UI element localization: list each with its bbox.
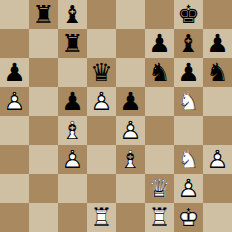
square-d1[interactable]: ♜♖ bbox=[87, 203, 116, 232]
square-h8[interactable] bbox=[203, 0, 232, 29]
black-knight-icon: ♞ bbox=[145, 58, 174, 87]
square-g2[interactable]: ♟♙ bbox=[174, 174, 203, 203]
white-pawn-icon: ♟♙ bbox=[58, 145, 87, 174]
square-a7[interactable] bbox=[0, 29, 29, 58]
square-c3[interactable]: ♟♙ bbox=[58, 145, 87, 174]
square-c5[interactable]: ♟ bbox=[58, 87, 87, 116]
square-e2[interactable] bbox=[116, 174, 145, 203]
square-b2[interactable] bbox=[29, 174, 58, 203]
square-g1[interactable]: ♚♔ bbox=[174, 203, 203, 232]
square-a3[interactable] bbox=[0, 145, 29, 174]
square-c7[interactable]: ♜ bbox=[58, 29, 87, 58]
black-pawn-icon: ♟ bbox=[116, 87, 145, 116]
square-f3[interactable] bbox=[145, 145, 174, 174]
black-pawn-icon: ♟ bbox=[145, 29, 174, 58]
square-d8[interactable] bbox=[87, 0, 116, 29]
square-b6[interactable] bbox=[29, 58, 58, 87]
square-f1[interactable]: ♜♖ bbox=[145, 203, 174, 232]
square-d2[interactable] bbox=[87, 174, 116, 203]
square-a1[interactable] bbox=[0, 203, 29, 232]
square-h4[interactable] bbox=[203, 116, 232, 145]
square-a4[interactable] bbox=[0, 116, 29, 145]
square-b5[interactable] bbox=[29, 87, 58, 116]
black-pawn-icon: ♟ bbox=[203, 29, 232, 58]
white-pawn-icon: ♟♙ bbox=[174, 174, 203, 203]
square-d7[interactable] bbox=[87, 29, 116, 58]
black-bishop-icon: ♝ bbox=[174, 29, 203, 58]
white-queen-icon: ♛♕ bbox=[145, 174, 174, 203]
white-rook-icon: ♜♖ bbox=[145, 203, 174, 232]
square-b7[interactable] bbox=[29, 29, 58, 58]
square-g3[interactable]: ♞♘ bbox=[174, 145, 203, 174]
white-knight-icon: ♞♘ bbox=[174, 87, 203, 116]
square-h5[interactable] bbox=[203, 87, 232, 116]
square-g8[interactable]: ♚ bbox=[174, 0, 203, 29]
square-h7[interactable]: ♟ bbox=[203, 29, 232, 58]
square-g4[interactable] bbox=[174, 116, 203, 145]
square-b3[interactable] bbox=[29, 145, 58, 174]
white-bishop-icon: ♝♗ bbox=[58, 116, 87, 145]
square-g7[interactable]: ♝ bbox=[174, 29, 203, 58]
square-e5[interactable]: ♟ bbox=[116, 87, 145, 116]
square-c4[interactable]: ♝♗ bbox=[58, 116, 87, 145]
square-e7[interactable] bbox=[116, 29, 145, 58]
square-a2[interactable] bbox=[0, 174, 29, 203]
black-rook-icon: ♜ bbox=[29, 0, 58, 29]
black-queen-icon: ♛ bbox=[87, 58, 116, 87]
white-knight-icon: ♞♘ bbox=[174, 145, 203, 174]
square-e3[interactable]: ♝♗ bbox=[116, 145, 145, 174]
square-c2[interactable] bbox=[58, 174, 87, 203]
black-pawn-icon: ♟ bbox=[174, 58, 203, 87]
chess-board: ♜♝♚♜♟♝♟♟♛♞♟♞♟♙♟♟♙♟♞♘♝♗♟♙♟♙♝♗♞♘♟♙♛♕♟♙♜♖♜♖… bbox=[0, 0, 232, 232]
square-f6[interactable]: ♞ bbox=[145, 58, 174, 87]
white-pawn-icon: ♟♙ bbox=[87, 87, 116, 116]
white-pawn-icon: ♟♙ bbox=[0, 87, 29, 116]
square-e1[interactable] bbox=[116, 203, 145, 232]
square-d4[interactable] bbox=[87, 116, 116, 145]
square-e8[interactable] bbox=[116, 0, 145, 29]
black-pawn-icon: ♟ bbox=[0, 58, 29, 87]
square-d5[interactable]: ♟♙ bbox=[87, 87, 116, 116]
black-knight-icon: ♞ bbox=[203, 58, 232, 87]
square-f8[interactable] bbox=[145, 0, 174, 29]
square-a8[interactable] bbox=[0, 0, 29, 29]
square-a5[interactable]: ♟♙ bbox=[0, 87, 29, 116]
square-f5[interactable] bbox=[145, 87, 174, 116]
white-pawn-icon: ♟♙ bbox=[203, 145, 232, 174]
square-c6[interactable] bbox=[58, 58, 87, 87]
black-rook-icon: ♜ bbox=[58, 29, 87, 58]
square-d6[interactable]: ♛ bbox=[87, 58, 116, 87]
white-king-icon: ♚♔ bbox=[174, 203, 203, 232]
square-c1[interactable] bbox=[58, 203, 87, 232]
square-f4[interactable] bbox=[145, 116, 174, 145]
square-d3[interactable] bbox=[87, 145, 116, 174]
black-pawn-icon: ♟ bbox=[58, 87, 87, 116]
square-c8[interactable]: ♝ bbox=[58, 0, 87, 29]
square-e4[interactable]: ♟♙ bbox=[116, 116, 145, 145]
white-bishop-icon: ♝♗ bbox=[116, 145, 145, 174]
white-pawn-icon: ♟♙ bbox=[116, 116, 145, 145]
square-e6[interactable] bbox=[116, 58, 145, 87]
square-f7[interactable]: ♟ bbox=[145, 29, 174, 58]
white-rook-icon: ♜♖ bbox=[87, 203, 116, 232]
square-b8[interactable]: ♜ bbox=[29, 0, 58, 29]
square-h1[interactable] bbox=[203, 203, 232, 232]
square-b1[interactable] bbox=[29, 203, 58, 232]
square-h3[interactable]: ♟♙ bbox=[203, 145, 232, 174]
square-g6[interactable]: ♟ bbox=[174, 58, 203, 87]
square-b4[interactable] bbox=[29, 116, 58, 145]
square-h6[interactable]: ♞ bbox=[203, 58, 232, 87]
black-bishop-icon: ♝ bbox=[58, 0, 87, 29]
square-f2[interactable]: ♛♕ bbox=[145, 174, 174, 203]
square-g5[interactable]: ♞♘ bbox=[174, 87, 203, 116]
black-king-icon: ♚ bbox=[174, 0, 203, 29]
square-a6[interactable]: ♟ bbox=[0, 58, 29, 87]
square-h2[interactable] bbox=[203, 174, 232, 203]
